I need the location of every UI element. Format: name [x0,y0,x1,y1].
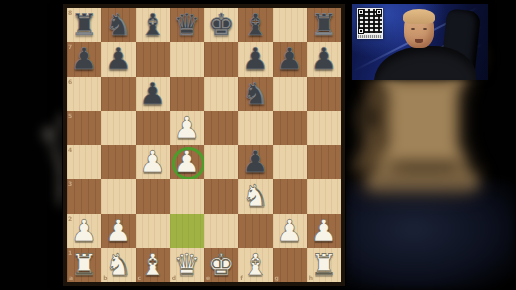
stream-frame: ♛ ♝ ♜ ♜8♞♝♛♚♝♜♟7♟♟♟♟6♟♞5♟4♟♟♟3♞♟2♟♟♟♜1a♞… [0,0,516,290]
piece-black-p: ♟ [242,44,269,74]
square-f6[interactable]: ♞ [238,77,272,111]
streamer-hair [403,9,435,24]
qr-finder-icon [358,9,364,15]
coord-label: a [69,274,73,281]
piece-white-p: ♟ [173,147,200,177]
webcam-panel [352,4,488,80]
piece-black-p: ♟ [71,44,98,74]
coord-label: d [172,274,176,281]
square-f2[interactable] [238,214,272,248]
coord-label: c [138,274,142,281]
qr-finder-icon [376,9,382,15]
coord-label: h [309,274,313,281]
piece-black-p: ♟ [139,79,166,109]
square-a5[interactable]: 5 [67,111,101,145]
piece-black-n: ♞ [242,79,269,109]
square-a1[interactable]: ♜1a [67,248,101,282]
square-b3[interactable] [101,179,135,213]
qr-caption [358,35,382,38]
square-f3[interactable]: ♞ [238,179,272,213]
square-e2[interactable] [204,214,238,248]
square-h8[interactable]: ♜ [307,8,341,42]
square-b5[interactable] [101,111,135,145]
square-a2[interactable]: ♟2 [67,214,101,248]
square-h7[interactable]: ♟ [307,42,341,76]
square-g4[interactable] [273,145,307,179]
piece-black-n: ♞ [105,10,132,40]
piece-white-p: ♟ [139,147,166,177]
qr-finder-icon [358,28,364,34]
square-d5[interactable]: ♟ [170,111,204,145]
coord-label: 1 [68,249,72,256]
square-e4[interactable] [204,145,238,179]
square-d3[interactable] [170,179,204,213]
piece-white-r: ♜ [310,250,337,280]
square-g5[interactable] [273,111,307,145]
piece-black-p: ♟ [276,44,303,74]
piece-white-b: ♝ [242,250,269,280]
square-c3[interactable] [136,179,170,213]
piece-white-r: ♜ [71,250,98,280]
piece-black-k: ♚ [208,10,235,40]
coord-label: f [240,274,243,281]
square-g1[interactable]: g [273,248,307,282]
coord-label: 3 [68,180,72,187]
piece-black-r: ♜ [310,10,337,40]
square-b7[interactable]: ♟ [101,42,135,76]
piece-white-p: ♟ [71,216,98,246]
coord-label: 5 [68,112,72,119]
square-e5[interactable] [204,111,238,145]
streamer-head [404,11,434,48]
streamer-eye [423,28,427,30]
coord-label: 2 [68,215,72,222]
piece-white-p: ♟ [276,216,303,246]
piece-black-q: ♛ [173,10,200,40]
square-b2[interactable]: ♟ [101,214,135,248]
piece-white-p: ♟ [310,216,337,246]
coord-label: 4 [68,146,72,153]
chess-board-frame: ♜8♞♝♛♚♝♜♟7♟♟♟♟6♟♞5♟4♟♟♟3♞♟2♟♟♟♜1a♞b♝c♛d♚… [62,3,346,287]
qr-code [357,8,383,39]
square-h6[interactable] [307,77,341,111]
piece-white-n: ♞ [242,181,269,211]
square-b1[interactable]: ♞b [101,248,135,282]
square-e3[interactable] [204,179,238,213]
square-h1[interactable]: ♜h [307,248,341,282]
square-a8[interactable]: ♜8 [67,8,101,42]
square-d8[interactable]: ♛ [170,8,204,42]
square-d7[interactable] [170,42,204,76]
square-f1[interactable]: ♝f [238,248,272,282]
square-h3[interactable] [307,179,341,213]
piece-black-b: ♝ [242,10,269,40]
square-c5[interactable] [136,111,170,145]
piece-white-q: ♛ [173,250,200,280]
coord-label: 6 [68,78,72,85]
square-b6[interactable] [101,77,135,111]
square-g7[interactable]: ♟ [273,42,307,76]
square-b8[interactable]: ♞ [101,8,135,42]
piece-black-b: ♝ [139,10,166,40]
square-g3[interactable] [273,179,307,213]
square-c8[interactable]: ♝ [136,8,170,42]
square-d2[interactable] [170,214,204,248]
square-c4[interactable]: ♟ [136,145,170,179]
square-c2[interactable] [136,214,170,248]
piece-black-p: ♟ [105,44,132,74]
square-a6[interactable]: 6 [67,77,101,111]
piece-white-b: ♝ [139,250,166,280]
square-c1[interactable]: ♝c [136,248,170,282]
piece-white-k: ♚ [208,250,235,280]
chess-board[interactable]: ♜8♞♝♛♚♝♜♟7♟♟♟♟6♟♞5♟4♟♟♟3♞♟2♟♟♟♜1a♞b♝c♛d♚… [67,8,341,282]
square-b4[interactable] [101,145,135,179]
square-c6[interactable]: ♟ [136,77,170,111]
piece-black-r: ♜ [71,10,98,40]
square-e1[interactable]: ♚e [204,248,238,282]
square-e8[interactable]: ♚ [204,8,238,42]
streamer-eye [411,28,415,30]
square-e6[interactable] [204,77,238,111]
square-d4[interactable]: ♟ [170,145,204,179]
square-f8[interactable]: ♝ [238,8,272,42]
square-a7[interactable]: ♟7 [67,42,101,76]
coord-label: 8 [68,9,72,16]
square-f7[interactable]: ♟ [238,42,272,76]
square-g8[interactable] [273,8,307,42]
square-d1[interactable]: ♛d [170,248,204,282]
piece-black-p: ♟ [310,44,337,74]
square-f4[interactable]: ♟ [238,145,272,179]
square-a3[interactable]: 3 [67,179,101,213]
square-c7[interactable] [136,42,170,76]
square-g6[interactable] [273,77,307,111]
piece-black-p: ♟ [242,147,269,177]
coord-label: 7 [68,43,72,50]
piece-white-p: ♟ [173,113,200,143]
streamer-mouth [415,39,423,43]
square-a4[interactable]: 4 [67,145,101,179]
square-h4[interactable] [307,145,341,179]
coord-label: e [206,274,210,281]
square-h5[interactable] [307,111,341,145]
square-g2[interactable]: ♟ [273,214,307,248]
square-f5[interactable] [238,111,272,145]
square-h2[interactable]: ♟ [307,214,341,248]
piece-white-p: ♟ [105,216,132,246]
square-d6[interactable] [170,77,204,111]
coord-label: b [103,274,107,281]
coord-label: g [275,274,279,281]
piece-white-n: ♞ [105,250,132,280]
square-e7[interactable] [204,42,238,76]
